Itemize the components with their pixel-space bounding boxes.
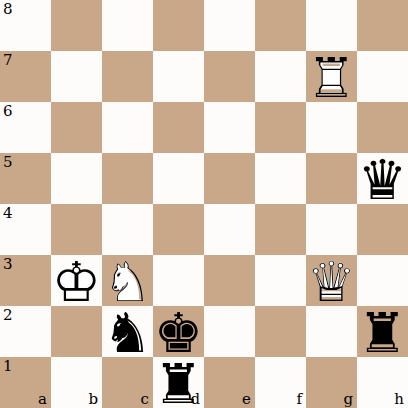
square-h8[interactable] xyxy=(357,0,408,51)
black-queen-piece[interactable]: ♛ xyxy=(357,153,408,204)
black-piece-glyph: ♛ xyxy=(358,153,407,208)
square-d5[interactable] xyxy=(153,153,204,204)
white-piece-outline-layer: ♕ xyxy=(307,255,356,310)
square-g2[interactable] xyxy=(306,306,357,357)
square-b3[interactable]: ♚♔ xyxy=(51,255,102,306)
square-c7[interactable] xyxy=(102,51,153,102)
square-a2[interactable]: 2 xyxy=(0,306,51,357)
square-b6[interactable] xyxy=(51,102,102,153)
white-rook-piece[interactable]: ♜♖ xyxy=(306,51,357,102)
square-d2[interactable]: ♚ xyxy=(153,306,204,357)
square-e8[interactable] xyxy=(204,0,255,51)
square-a3[interactable]: 3 xyxy=(0,255,51,306)
square-h1[interactable]: h xyxy=(357,357,408,408)
square-d4[interactable] xyxy=(153,204,204,255)
square-b1[interactable]: b xyxy=(51,357,102,408)
square-d3[interactable] xyxy=(153,255,204,306)
square-e2[interactable] xyxy=(204,306,255,357)
square-a8[interactable]: 8 xyxy=(0,0,51,51)
square-d7[interactable] xyxy=(153,51,204,102)
chess-board: 87♜♖65♛43♚♔♞♘♛♕2♞♚♜1abc♜defgh xyxy=(0,0,408,408)
square-c8[interactable] xyxy=(102,0,153,51)
square-b8[interactable] xyxy=(51,0,102,51)
file-label-c: c xyxy=(141,392,149,407)
square-c4[interactable] xyxy=(102,204,153,255)
square-a7[interactable]: 7 xyxy=(0,51,51,102)
file-label-e: e xyxy=(242,392,251,407)
square-h3[interactable] xyxy=(357,255,408,306)
white-piece-outline-layer: ♔ xyxy=(52,255,101,310)
square-d8[interactable] xyxy=(153,0,204,51)
square-c2[interactable]: ♞ xyxy=(102,306,153,357)
square-e3[interactable] xyxy=(204,255,255,306)
square-c1[interactable]: c xyxy=(102,357,153,408)
square-e7[interactable] xyxy=(204,51,255,102)
rank-label-1: 1 xyxy=(3,359,13,374)
square-f1[interactable]: f xyxy=(255,357,306,408)
square-h2[interactable]: ♜ xyxy=(357,306,408,357)
square-a5[interactable]: 5 xyxy=(0,153,51,204)
rank-label-5: 5 xyxy=(3,155,13,170)
black-rook-piece[interactable]: ♜ xyxy=(357,306,408,357)
square-g6[interactable] xyxy=(306,102,357,153)
square-g4[interactable] xyxy=(306,204,357,255)
square-f5[interactable] xyxy=(255,153,306,204)
rank-label-3: 3 xyxy=(3,257,13,272)
square-g7[interactable]: ♜♖ xyxy=(306,51,357,102)
square-f4[interactable] xyxy=(255,204,306,255)
square-h7[interactable] xyxy=(357,51,408,102)
square-e5[interactable] xyxy=(204,153,255,204)
white-king-piece[interactable]: ♚♔ xyxy=(51,255,102,306)
white-knight-piece[interactable]: ♞♘ xyxy=(102,255,153,306)
file-label-g: g xyxy=(343,392,353,407)
square-e6[interactable] xyxy=(204,102,255,153)
white-piece-outline-layer: ♖ xyxy=(307,51,356,106)
square-h6[interactable] xyxy=(357,102,408,153)
square-f6[interactable] xyxy=(255,102,306,153)
square-a4[interactable]: 4 xyxy=(0,204,51,255)
file-label-f: f xyxy=(296,392,302,407)
square-f8[interactable] xyxy=(255,0,306,51)
square-c3[interactable]: ♞♘ xyxy=(102,255,153,306)
square-f3[interactable] xyxy=(255,255,306,306)
square-a1[interactable]: 1a xyxy=(0,357,51,408)
square-e4[interactable] xyxy=(204,204,255,255)
square-f2[interactable] xyxy=(255,306,306,357)
square-g1[interactable]: g xyxy=(306,357,357,408)
square-h4[interactable] xyxy=(357,204,408,255)
square-g5[interactable] xyxy=(306,153,357,204)
file-label-a: a xyxy=(38,392,47,407)
square-a6[interactable]: 6 xyxy=(0,102,51,153)
chess-board-container: 87♜♖65♛43♚♔♞♘♛♕2♞♚♜1abc♜defgh xyxy=(0,0,408,408)
rank-label-8: 8 xyxy=(3,2,13,17)
black-piece-glyph: ♜ xyxy=(358,306,407,361)
rank-label-7: 7 xyxy=(3,53,13,68)
square-c6[interactable] xyxy=(102,102,153,153)
file-label-b: b xyxy=(88,392,98,407)
square-c5[interactable] xyxy=(102,153,153,204)
square-b2[interactable] xyxy=(51,306,102,357)
square-e1[interactable]: e xyxy=(204,357,255,408)
file-label-d: d xyxy=(190,392,200,407)
rank-label-6: 6 xyxy=(3,104,13,119)
black-knight-piece[interactable]: ♞ xyxy=(102,306,153,357)
square-d1[interactable]: ♜d xyxy=(153,357,204,408)
file-label-h: h xyxy=(394,392,404,407)
square-b4[interactable] xyxy=(51,204,102,255)
white-queen-piece[interactable]: ♛♕ xyxy=(306,255,357,306)
black-piece-glyph: ♞ xyxy=(103,306,152,361)
black-king-piece[interactable]: ♚ xyxy=(153,306,204,357)
rank-label-2: 2 xyxy=(3,308,13,323)
square-h5[interactable]: ♛ xyxy=(357,153,408,204)
square-g3[interactable]: ♛♕ xyxy=(306,255,357,306)
square-d6[interactable] xyxy=(153,102,204,153)
square-f7[interactable] xyxy=(255,51,306,102)
rank-label-4: 4 xyxy=(3,206,13,221)
square-b5[interactable] xyxy=(51,153,102,204)
square-g8[interactable] xyxy=(306,0,357,51)
square-b7[interactable] xyxy=(51,51,102,102)
